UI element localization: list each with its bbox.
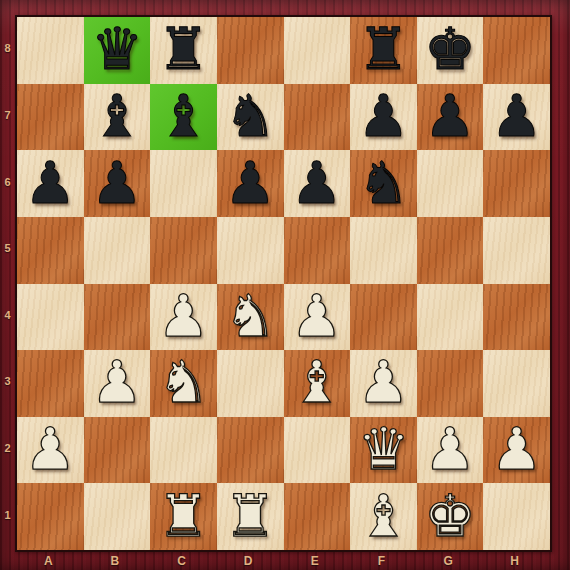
file-label-e: E bbox=[282, 552, 349, 570]
square-h1[interactable] bbox=[483, 483, 550, 550]
square-e7[interactable] bbox=[284, 84, 351, 151]
white-rook-d1[interactable]: ♜ bbox=[224, 487, 276, 545]
square-a3[interactable] bbox=[17, 350, 84, 417]
square-d2[interactable] bbox=[217, 417, 284, 484]
square-f1[interactable]: ♝ bbox=[350, 483, 417, 550]
file-label-a: A bbox=[15, 552, 82, 570]
square-b7[interactable]: ♝ bbox=[84, 84, 151, 151]
square-b1[interactable] bbox=[84, 483, 151, 550]
square-g6[interactable] bbox=[417, 150, 484, 217]
square-d8[interactable] bbox=[217, 17, 284, 84]
chess-board[interactable]: ♛♜♜♚♝♝♞♟♟♟♟♟♟♟♞♟♞♟♟♞♝♟♟♛♟♟♜♜♝♚ bbox=[15, 15, 552, 552]
rank-label-2: 2 bbox=[0, 415, 15, 482]
black-pawn-a6[interactable]: ♟ bbox=[24, 154, 76, 212]
white-bishop-e3[interactable]: ♝ bbox=[291, 353, 343, 411]
square-g3[interactable] bbox=[417, 350, 484, 417]
square-b3[interactable]: ♟ bbox=[84, 350, 151, 417]
white-knight-c3[interactable]: ♞ bbox=[158, 353, 210, 411]
square-h6[interactable] bbox=[483, 150, 550, 217]
square-d7[interactable]: ♞ bbox=[217, 84, 284, 151]
square-a8[interactable] bbox=[17, 17, 84, 84]
square-e6[interactable]: ♟ bbox=[284, 150, 351, 217]
file-label-g: G bbox=[415, 552, 482, 570]
square-c2[interactable] bbox=[150, 417, 217, 484]
square-f5[interactable] bbox=[350, 217, 417, 284]
rank-label-8: 8 bbox=[0, 15, 15, 82]
white-rook-c1[interactable]: ♜ bbox=[158, 487, 210, 545]
square-d1[interactable]: ♜ bbox=[217, 483, 284, 550]
black-rook-c8[interactable]: ♜ bbox=[158, 20, 210, 78]
square-g5[interactable] bbox=[417, 217, 484, 284]
white-pawn-g2[interactable]: ♟ bbox=[424, 420, 476, 478]
rank-label-6: 6 bbox=[0, 148, 15, 215]
square-d3[interactable] bbox=[217, 350, 284, 417]
black-pawn-b6[interactable]: ♟ bbox=[91, 154, 143, 212]
white-pawn-f3[interactable]: ♟ bbox=[357, 353, 409, 411]
file-label-c: C bbox=[148, 552, 215, 570]
square-g4[interactable] bbox=[417, 284, 484, 351]
square-a7[interactable] bbox=[17, 84, 84, 151]
square-e8[interactable] bbox=[284, 17, 351, 84]
chess-board-screenshot: ♛♜♜♚♝♝♞♟♟♟♟♟♟♟♞♟♞♟♟♞♝♟♟♛♟♟♜♜♝♚ 87654321A… bbox=[0, 0, 570, 570]
rank-label-3: 3 bbox=[0, 348, 15, 415]
square-h5[interactable] bbox=[483, 217, 550, 284]
square-e5[interactable] bbox=[284, 217, 351, 284]
white-queen-f2[interactable]: ♛ bbox=[357, 420, 409, 478]
white-pawn-h2[interactable]: ♟ bbox=[491, 420, 543, 478]
black-pawn-g7[interactable]: ♟ bbox=[424, 87, 476, 145]
black-rook-f8[interactable]: ♜ bbox=[357, 20, 409, 78]
square-f8[interactable]: ♜ bbox=[350, 17, 417, 84]
square-g7[interactable]: ♟ bbox=[417, 84, 484, 151]
square-f2[interactable]: ♛ bbox=[350, 417, 417, 484]
square-b8[interactable]: ♛ bbox=[84, 17, 151, 84]
square-b6[interactable]: ♟ bbox=[84, 150, 151, 217]
square-b4[interactable] bbox=[84, 284, 151, 351]
square-a1[interactable] bbox=[17, 483, 84, 550]
white-bishop-f1[interactable]: ♝ bbox=[357, 487, 409, 545]
square-c3[interactable]: ♞ bbox=[150, 350, 217, 417]
square-d5[interactable] bbox=[217, 217, 284, 284]
square-e1[interactable] bbox=[284, 483, 351, 550]
square-g1[interactable]: ♚ bbox=[417, 483, 484, 550]
white-king-g1[interactable]: ♚ bbox=[424, 487, 476, 545]
square-f6[interactable]: ♞ bbox=[350, 150, 417, 217]
square-b2[interactable] bbox=[84, 417, 151, 484]
rank-label-4: 4 bbox=[0, 282, 15, 349]
square-e3[interactable]: ♝ bbox=[284, 350, 351, 417]
square-h7[interactable]: ♟ bbox=[483, 84, 550, 151]
file-label-h: H bbox=[481, 552, 548, 570]
square-c6[interactable] bbox=[150, 150, 217, 217]
black-pawn-d6[interactable]: ♟ bbox=[224, 154, 276, 212]
square-e4[interactable]: ♟ bbox=[284, 284, 351, 351]
black-pawn-f7[interactable]: ♟ bbox=[357, 87, 409, 145]
square-c8[interactable]: ♜ bbox=[150, 17, 217, 84]
square-b5[interactable] bbox=[84, 217, 151, 284]
rank-label-5: 5 bbox=[0, 215, 15, 282]
white-pawn-e4[interactable]: ♟ bbox=[291, 287, 343, 345]
rank-label-7: 7 bbox=[0, 82, 15, 149]
black-knight-d7[interactable]: ♞ bbox=[224, 87, 276, 145]
square-g8[interactable]: ♚ bbox=[417, 17, 484, 84]
file-label-d: D bbox=[215, 552, 282, 570]
black-bishop-b7[interactable]: ♝ bbox=[91, 87, 143, 145]
rank-label-1: 1 bbox=[0, 481, 15, 548]
square-a4[interactable] bbox=[17, 284, 84, 351]
square-h2[interactable]: ♟ bbox=[483, 417, 550, 484]
square-a2[interactable]: ♟ bbox=[17, 417, 84, 484]
file-label-f: F bbox=[348, 552, 415, 570]
white-knight-d4[interactable]: ♞ bbox=[224, 287, 276, 345]
square-f4[interactable] bbox=[350, 284, 417, 351]
square-d4[interactable]: ♞ bbox=[217, 284, 284, 351]
white-pawn-c4[interactable]: ♟ bbox=[158, 287, 210, 345]
square-c5[interactable] bbox=[150, 217, 217, 284]
square-h4[interactable] bbox=[483, 284, 550, 351]
square-h8[interactable] bbox=[483, 17, 550, 84]
white-pawn-b3[interactable]: ♟ bbox=[91, 353, 143, 411]
black-knight-f6[interactable]: ♞ bbox=[357, 154, 409, 212]
square-a5[interactable] bbox=[17, 217, 84, 284]
file-label-b: B bbox=[82, 552, 149, 570]
square-f3[interactable]: ♟ bbox=[350, 350, 417, 417]
square-d6[interactable]: ♟ bbox=[217, 150, 284, 217]
black-queen-b8[interactable]: ♛ bbox=[91, 20, 143, 78]
black-pawn-e6[interactable]: ♟ bbox=[291, 154, 343, 212]
white-pawn-a2[interactable]: ♟ bbox=[24, 420, 76, 478]
square-c1[interactable]: ♜ bbox=[150, 483, 217, 550]
black-bishop-c7[interactable]: ♝ bbox=[158, 87, 210, 145]
square-g2[interactable]: ♟ bbox=[417, 417, 484, 484]
black-pawn-h7[interactable]: ♟ bbox=[491, 87, 543, 145]
square-c4[interactable]: ♟ bbox=[150, 284, 217, 351]
square-c7[interactable]: ♝ bbox=[150, 84, 217, 151]
square-f7[interactable]: ♟ bbox=[350, 84, 417, 151]
square-h3[interactable] bbox=[483, 350, 550, 417]
square-e2[interactable] bbox=[284, 417, 351, 484]
black-king-g8[interactable]: ♚ bbox=[424, 20, 476, 78]
square-a6[interactable]: ♟ bbox=[17, 150, 84, 217]
